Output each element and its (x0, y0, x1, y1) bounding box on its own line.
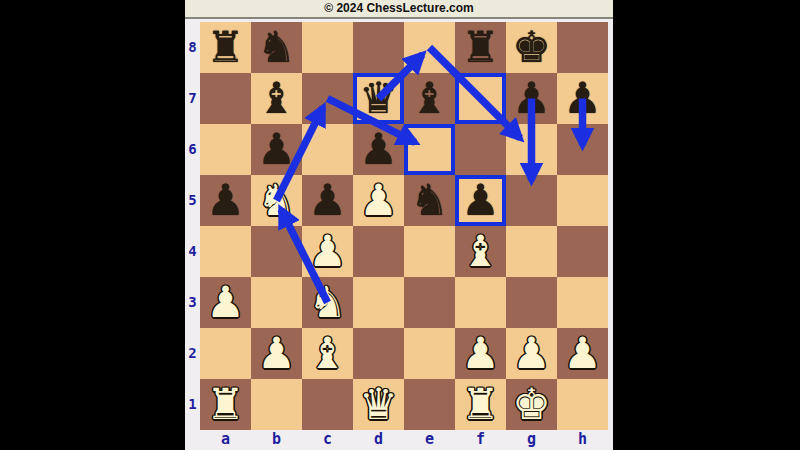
square-h5[interactable] (557, 175, 608, 226)
square-g4[interactable] (506, 226, 557, 277)
square-d2[interactable] (353, 328, 404, 379)
square-b8[interactable]: ♞ (251, 22, 302, 73)
square-h6[interactable] (557, 124, 608, 175)
square-c2[interactable]: ♝ (302, 328, 353, 379)
square-b7[interactable]: ♝ (251, 73, 302, 124)
square-g5[interactable] (506, 175, 557, 226)
square-e4[interactable] (404, 226, 455, 277)
white-rook-a1: ♜ (200, 379, 251, 430)
square-f7[interactable] (455, 73, 506, 124)
square-e6[interactable] (404, 124, 455, 175)
black-knight-b8: ♞ (251, 22, 302, 73)
square-a6[interactable] (200, 124, 251, 175)
white-rook-f1: ♜ (455, 379, 506, 430)
square-d6[interactable]: ♟ (353, 124, 404, 175)
rank-label-4: 4 (185, 226, 200, 277)
square-h4[interactable] (557, 226, 608, 277)
file-label-a: a (200, 430, 251, 450)
black-knight-e5: ♞ (404, 175, 455, 226)
black-pawn-f5: ♟ (455, 175, 506, 226)
black-king-g8: ♚ (506, 22, 557, 73)
square-e1[interactable] (404, 379, 455, 430)
square-d4[interactable] (353, 226, 404, 277)
square-a7[interactable] (200, 73, 251, 124)
square-f4[interactable]: ♝ (455, 226, 506, 277)
square-a5[interactable]: ♟ (200, 175, 251, 226)
square-f2[interactable]: ♟ (455, 328, 506, 379)
screen: { "game": "chess", "position": { "fen": … (0, 0, 800, 450)
square-f1[interactable]: ♜ (455, 379, 506, 430)
rank-label-3: 3 (185, 277, 200, 328)
square-a8[interactable]: ♜ (200, 22, 251, 73)
square-g6[interactable] (506, 124, 557, 175)
square-c5[interactable]: ♟ (302, 175, 353, 226)
rank-label-6: 6 (185, 124, 200, 175)
white-pawn-g2: ♟ (506, 328, 557, 379)
square-b4[interactable] (251, 226, 302, 277)
square-g3[interactable] (506, 277, 557, 328)
square-b1[interactable] (251, 379, 302, 430)
square-e8[interactable] (404, 22, 455, 73)
black-pawn-g7: ♟ (506, 73, 557, 124)
square-b3[interactable] (251, 277, 302, 328)
square-d3[interactable] (353, 277, 404, 328)
square-d7[interactable]: ♛ (353, 73, 404, 124)
rank-label-1: 1 (185, 379, 200, 430)
square-b6[interactable]: ♟ (251, 124, 302, 175)
rank-label-5: 5 (185, 175, 200, 226)
black-queen-d7: ♛ (353, 73, 404, 124)
square-f6[interactable] (455, 124, 506, 175)
white-pawn-c4: ♟ (302, 226, 353, 277)
square-a3[interactable]: ♟ (200, 277, 251, 328)
square-a2[interactable] (200, 328, 251, 379)
square-c1[interactable] (302, 379, 353, 430)
black-pawn-h7: ♟ (557, 73, 608, 124)
square-h7[interactable]: ♟ (557, 73, 608, 124)
square-d5[interactable]: ♟ (353, 175, 404, 226)
square-f8[interactable]: ♜ (455, 22, 506, 73)
rank-label-8: 8 (185, 22, 200, 73)
square-g7[interactable]: ♟ (506, 73, 557, 124)
white-pawn-a3: ♟ (200, 277, 251, 328)
white-pawn-b2: ♟ (251, 328, 302, 379)
white-knight-b5: ♞ (251, 175, 302, 226)
copyright-title: © 2024 ChessLecture.com (324, 1, 474, 15)
square-a1[interactable]: ♜ (200, 379, 251, 430)
square-e5[interactable]: ♞ (404, 175, 455, 226)
square-c4[interactable]: ♟ (302, 226, 353, 277)
rank-label-7: 7 (185, 73, 200, 124)
square-b5[interactable]: ♞ (251, 175, 302, 226)
black-pawn-c5: ♟ (302, 175, 353, 226)
title-bar: © 2024 ChessLecture.com (185, 0, 613, 19)
square-c6[interactable] (302, 124, 353, 175)
square-e2[interactable] (404, 328, 455, 379)
square-g8[interactable]: ♚ (506, 22, 557, 73)
file-label-b: b (251, 430, 302, 450)
square-d8[interactable] (353, 22, 404, 73)
square-c3[interactable]: ♞ (302, 277, 353, 328)
chess-board: ♜♞♜♚♝♛♝♟♟♟♟♟♞♟♟♞♟♟♝♟♞♟♝♟♟♟♜♛♜♚ (200, 22, 608, 430)
file-label-e: e (404, 430, 455, 450)
square-g2[interactable]: ♟ (506, 328, 557, 379)
file-label-c: c (302, 430, 353, 450)
file-label-f: f (455, 430, 506, 450)
black-pawn-b6: ♟ (251, 124, 302, 175)
file-label-h: h (557, 430, 608, 450)
black-pawn-d6: ♟ (353, 124, 404, 175)
white-bishop-c2: ♝ (302, 328, 353, 379)
square-e7[interactable]: ♝ (404, 73, 455, 124)
black-bishop-e7: ♝ (404, 73, 455, 124)
white-pawn-h2: ♟ (557, 328, 608, 379)
square-e3[interactable] (404, 277, 455, 328)
white-bishop-f4: ♝ (455, 226, 506, 277)
square-g1[interactable]: ♚ (506, 379, 557, 430)
black-rook-f8: ♜ (455, 22, 506, 73)
white-queen-d1: ♛ (353, 379, 404, 430)
square-d1[interactable]: ♛ (353, 379, 404, 430)
chess-app-window: © 2024 ChessLecture.com 87654321 ♜♞♜♚♝♛♝… (185, 0, 613, 450)
square-b2[interactable]: ♟ (251, 328, 302, 379)
square-f5[interactable]: ♟ (455, 175, 506, 226)
rank-label-2: 2 (185, 328, 200, 379)
black-pawn-a5: ♟ (200, 175, 251, 226)
file-label-g: g (506, 430, 557, 450)
white-pawn-f2: ♟ (455, 328, 506, 379)
square-f3[interactable] (455, 277, 506, 328)
square-h1[interactable] (557, 379, 608, 430)
white-pawn-d5: ♟ (353, 175, 404, 226)
square-h8[interactable] (557, 22, 608, 73)
square-c8[interactable] (302, 22, 353, 73)
white-king-g1: ♚ (506, 379, 557, 430)
black-rook-a8: ♜ (200, 22, 251, 73)
black-bishop-b7: ♝ (251, 73, 302, 124)
file-label-d: d (353, 430, 404, 450)
white-knight-c3: ♞ (302, 277, 353, 328)
square-h3[interactable] (557, 277, 608, 328)
square-h2[interactable]: ♟ (557, 328, 608, 379)
square-a4[interactable] (200, 226, 251, 277)
square-c7[interactable] (302, 73, 353, 124)
